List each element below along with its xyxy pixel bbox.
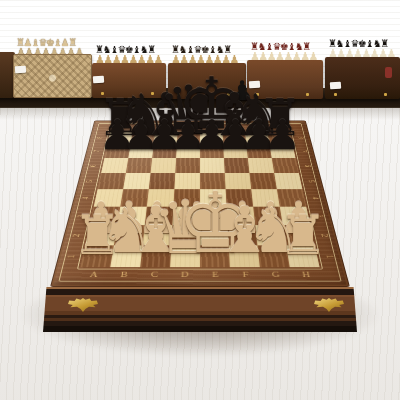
square-f7 — [223, 144, 248, 158]
coord-rank-right-4: 4 — [310, 196, 319, 199]
coord-rank-right-1: 1 — [324, 254, 334, 258]
square-e8 — [200, 131, 223, 144]
square-g5 — [249, 173, 276, 189]
coord-file-g: G — [271, 270, 280, 278]
square-g2 — [255, 225, 286, 245]
square-h3 — [280, 207, 311, 226]
coord-file-b: B — [120, 270, 128, 278]
coord-rank-left-5: 5 — [85, 180, 94, 183]
coord-rank-left-2: 2 — [71, 234, 81, 237]
square-e6 — [200, 158, 225, 173]
square-c8 — [154, 131, 178, 144]
chess-set-photo: ♜♟♝♛♚♝♟♜ ♟♟♟♟♟♟♟♟ ♜♞♝♛♚♝♞♜ ♟♟♟♟♟♟♟♟ ♜♞♝♛… — [0, 0, 400, 400]
square-f1 — [229, 245, 260, 267]
coord-file-d: D — [181, 270, 189, 278]
square-g7 — [246, 144, 271, 158]
square-a7 — [104, 144, 130, 158]
square-c5 — [149, 173, 176, 189]
coord-file-top-g: G — [252, 124, 258, 128]
square-d8 — [177, 131, 200, 144]
square-b6 — [126, 158, 152, 173]
coord-file-e: E — [212, 270, 219, 278]
square-h5 — [274, 173, 302, 189]
coord-file-top-e: E — [209, 124, 214, 128]
square-a3 — [90, 207, 121, 226]
coord-rank-left-3: 3 — [76, 214, 85, 217]
coord-file-a: A — [89, 270, 98, 278]
square-e4 — [200, 189, 227, 206]
square-e5 — [200, 173, 226, 189]
square-g3 — [253, 207, 283, 226]
coord-file-top-d: D — [186, 124, 192, 128]
coord-rank-left-6: 6 — [89, 164, 97, 166]
coord-file-top-b: B — [142, 124, 148, 128]
square-d1 — [170, 245, 200, 267]
coord-rank-right-6: 6 — [303, 164, 311, 166]
square-f6 — [224, 158, 250, 173]
square-e7 — [200, 144, 224, 158]
square-g1 — [257, 245, 289, 267]
square-d2 — [171, 225, 200, 245]
square-f4 — [226, 189, 254, 206]
square-b8 — [131, 131, 156, 144]
square-d3 — [172, 207, 200, 226]
square-f2 — [228, 225, 258, 245]
square-h2 — [283, 225, 315, 245]
square-f3 — [227, 207, 256, 226]
square-b5 — [123, 173, 150, 189]
square-b4 — [120, 189, 148, 206]
square-c1 — [140, 245, 171, 267]
chess-box: AABBCCDDEEFFGGHH1122334455667788 ♜♞♝♛♚♝♞… — [0, 0, 400, 400]
square-a8 — [107, 131, 132, 144]
square-c6 — [151, 158, 177, 173]
coord-file-f: F — [242, 270, 249, 278]
square-h8 — [267, 131, 292, 144]
square-e3 — [200, 207, 228, 226]
square-e2 — [200, 225, 229, 245]
square-d7 — [176, 144, 200, 158]
coord-file-top-f: F — [231, 124, 236, 128]
chess-board — [80, 131, 319, 267]
square-h6 — [272, 158, 299, 173]
square-b2 — [114, 225, 145, 245]
square-a2 — [85, 225, 117, 245]
square-h4 — [277, 189, 306, 206]
square-d6 — [175, 158, 200, 173]
square-b7 — [128, 144, 153, 158]
coord-rank-left-8: 8 — [96, 136, 104, 138]
square-e1 — [200, 245, 230, 267]
square-c2 — [143, 225, 173, 245]
square-c4 — [147, 189, 175, 206]
square-b1 — [110, 245, 142, 267]
coord-rank-right-8: 8 — [296, 136, 304, 138]
brass-latch-right — [314, 298, 344, 312]
square-g4 — [251, 189, 279, 206]
box-front-panel — [43, 287, 357, 332]
square-d4 — [173, 189, 200, 206]
coord-file-top-c: C — [164, 124, 170, 128]
coord-rank-right-7: 7 — [299, 150, 307, 152]
square-h1 — [286, 245, 320, 267]
coord-rank-left-7: 7 — [92, 150, 100, 152]
square-c7 — [152, 144, 177, 158]
coord-file-h: H — [301, 270, 310, 278]
coord-file-top-a: A — [119, 124, 126, 128]
coord-rank-right-5: 5 — [306, 180, 315, 183]
square-f5 — [225, 173, 252, 189]
coord-rank-right-3: 3 — [315, 214, 324, 217]
square-g8 — [245, 131, 270, 144]
square-a6 — [101, 158, 128, 173]
coord-rank-left-4: 4 — [81, 196, 90, 199]
square-f8 — [222, 131, 246, 144]
brass-latch-left — [68, 298, 98, 312]
coord-file-c: C — [151, 270, 159, 278]
square-h7 — [269, 144, 295, 158]
square-d5 — [174, 173, 200, 189]
square-a1 — [80, 245, 114, 267]
coord-rank-right-2: 2 — [319, 234, 329, 237]
square-a4 — [94, 189, 123, 206]
coord-rank-left-1: 1 — [66, 254, 76, 258]
square-a5 — [98, 173, 126, 189]
coord-file-top-h: H — [274, 124, 281, 128]
square-b3 — [117, 207, 147, 226]
board-lid: AABBCCDDEEFFGGHH1122334455667788 — [50, 120, 350, 287]
square-c3 — [145, 207, 174, 226]
square-g6 — [248, 158, 274, 173]
